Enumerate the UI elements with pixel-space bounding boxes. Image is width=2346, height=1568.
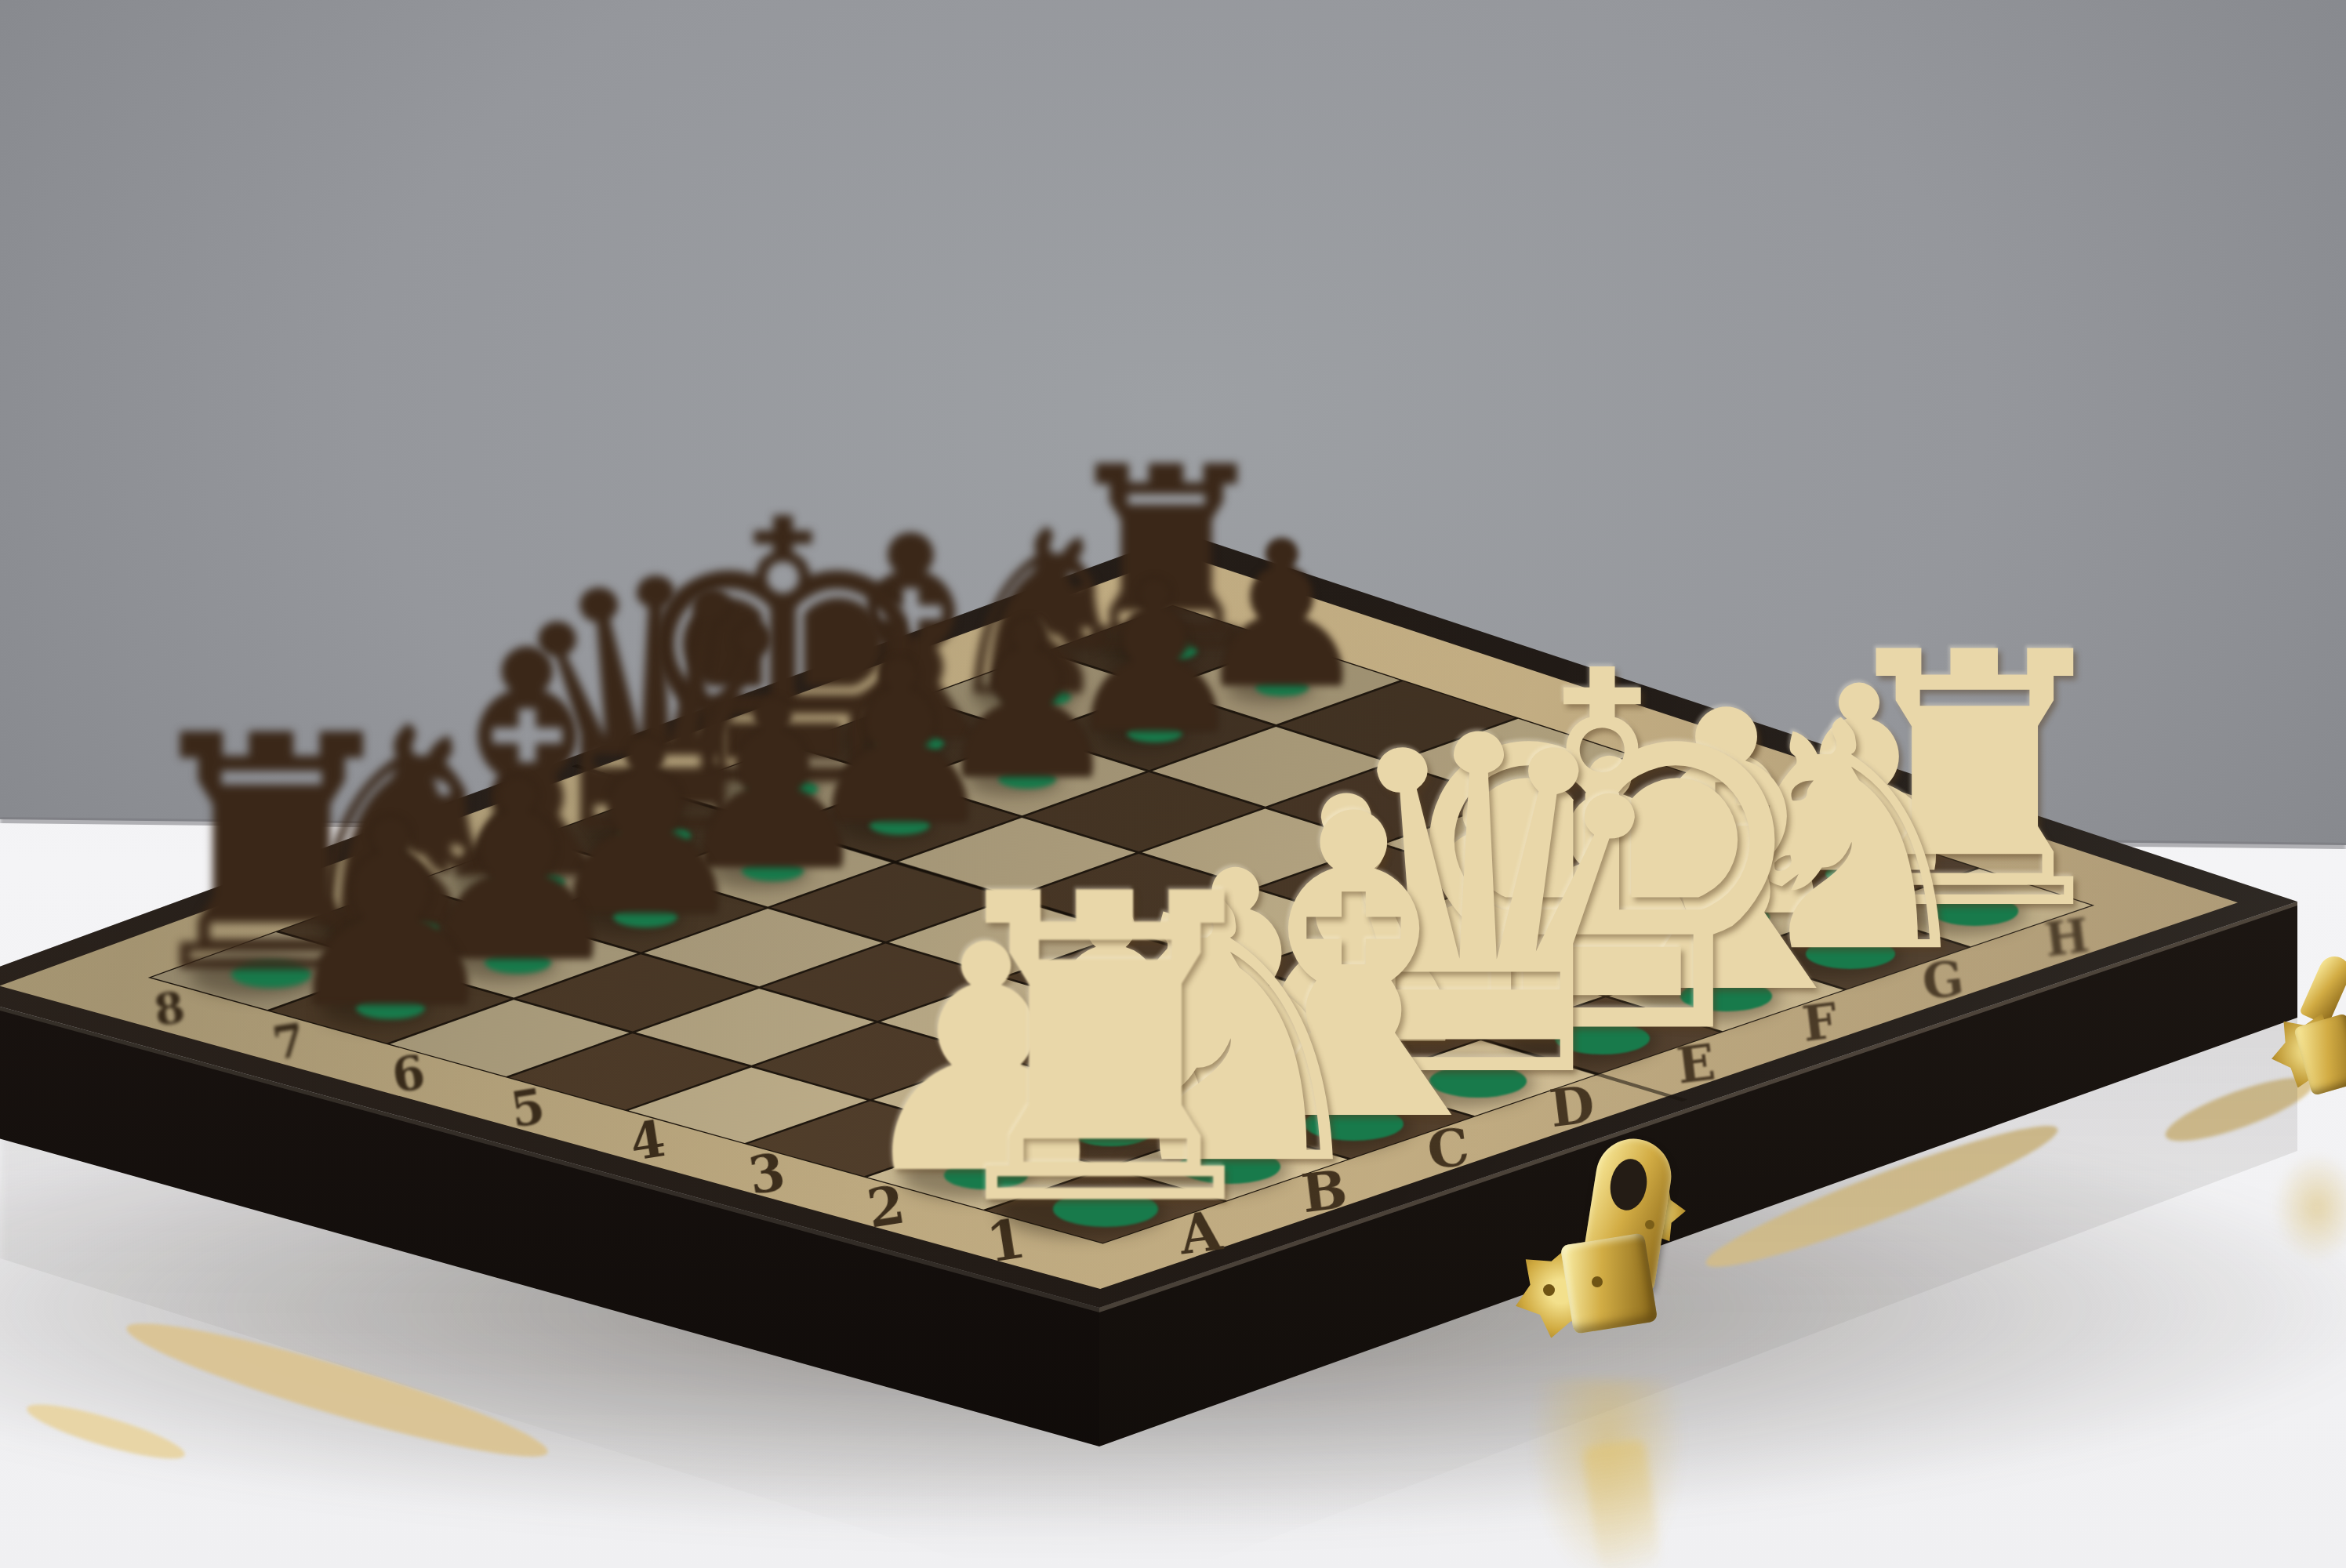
clasp-pin-1 <box>1543 1284 1555 1296</box>
clasp-pin-3 <box>1645 1220 1654 1229</box>
clasp-pin-2 <box>1592 1276 1603 1287</box>
clasp-catch-box <box>1560 1232 1658 1334</box>
black-pawn-a7[interactable]: ♟ <box>275 786 507 1044</box>
photo-scene: ABCDEFGH12345678♜♞♝♛♚♝♞♜♟♟♟♟♟♟♟♟♟♟♟♟♟♟♟♟… <box>0 0 2346 1568</box>
right-clasp-reflection <box>2274 1152 2346 1262</box>
white-rook-a1[interactable]: ♜ <box>915 840 1295 1265</box>
